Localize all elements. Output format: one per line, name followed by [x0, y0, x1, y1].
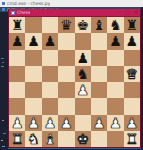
white-pawn[interactable]: ♟ — [109, 116, 122, 130]
square-b6[interactable] — [25, 50, 41, 66]
black-pawn[interactable]: ♟ — [44, 34, 57, 48]
square-h8[interactable]: ♜ — [124, 17, 140, 33]
code-speck — [1, 140, 3, 141]
square-h6[interactable] — [124, 50, 140, 66]
white-pawn[interactable]: ♟ — [11, 116, 24, 130]
background-window-title: cmd.exe - chess.py — [7, 1, 50, 6]
square-d6[interactable] — [58, 50, 74, 66]
square-a6[interactable] — [9, 50, 25, 66]
square-f1[interactable] — [91, 131, 107, 147]
white-knight[interactable]: ♞ — [27, 132, 40, 146]
white-king[interactable]: ♚ — [76, 132, 89, 146]
bottom-edge — [8, 148, 141, 149]
square-f3[interactable] — [91, 98, 107, 114]
square-b3[interactable] — [25, 98, 41, 114]
black-rook[interactable]: ♜ — [126, 18, 139, 32]
square-f2[interactable]: ♟ — [91, 115, 107, 131]
square-d3[interactable] — [58, 98, 74, 114]
chess-window: Chess – □ ✕ ♜♛♚♝♞♜♟♟♟♟♟♟♞♛♟♟♟♟♟♟♟♟♜♞♝♚♜ — [8, 9, 141, 148]
white-queen[interactable]: ♛ — [126, 67, 139, 81]
code-speck — [2, 146, 5, 147]
square-g6[interactable] — [107, 50, 123, 66]
square-g3[interactable] — [107, 98, 123, 114]
code-speck — [2, 120, 4, 121]
square-d8[interactable]: ♛ — [58, 17, 74, 33]
square-d2[interactable]: ♟ — [58, 115, 74, 131]
square-a5[interactable] — [9, 66, 25, 82]
square-c7[interactable]: ♟ — [42, 33, 58, 49]
square-d1[interactable] — [58, 131, 74, 147]
code-speck — [3, 133, 6, 134]
console-icon — [2, 8, 5, 11]
square-c1[interactable]: ♝ — [42, 131, 58, 147]
minimize-button[interactable]: – — [119, 9, 122, 16]
square-b4[interactable] — [25, 82, 41, 98]
square-d4[interactable] — [58, 82, 74, 98]
chess-window-title: Chess — [17, 10, 30, 15]
square-g7[interactable]: ♟ — [107, 33, 123, 49]
white-rook[interactable]: ♜ — [11, 132, 24, 146]
square-e2[interactable] — [75, 115, 91, 131]
square-c6[interactable] — [42, 50, 58, 66]
square-e1[interactable]: ♚ — [75, 131, 91, 147]
square-f6[interactable] — [91, 50, 107, 66]
square-e3[interactable] — [75, 98, 91, 114]
white-pawn[interactable]: ♟ — [27, 116, 40, 130]
square-h4[interactable] — [124, 82, 140, 98]
black-pawn[interactable]: ♟ — [27, 34, 40, 48]
black-pawn[interactable]: ♟ — [109, 34, 122, 48]
square-c5[interactable] — [42, 66, 58, 82]
black-pawn[interactable]: ♟ — [76, 51, 89, 65]
black-king[interactable]: ♚ — [76, 18, 89, 32]
black-bishop[interactable]: ♝ — [93, 18, 106, 32]
chess-board: ♜♛♚♝♞♜♟♟♟♟♟♟♞♛♟♟♟♟♟♟♟♟♜♞♝♚♜ — [9, 17, 140, 147]
code-speck — [1, 66, 4, 67]
square-h1[interactable]: ♜ — [124, 131, 140, 147]
maximize-button[interactable]: □ — [125, 9, 130, 16]
white-rook[interactable]: ♜ — [126, 132, 139, 146]
square-d5[interactable] — [58, 66, 74, 82]
black-knight[interactable]: ♞ — [109, 18, 122, 32]
square-c8[interactable] — [42, 17, 58, 33]
square-h3[interactable] — [124, 98, 140, 114]
white-pawn[interactable]: ♟ — [93, 116, 106, 130]
square-f4[interactable] — [91, 82, 107, 98]
square-h5[interactable]: ♛ — [124, 66, 140, 82]
background-window-titlebar: cmd.exe - chess.py — [0, 0, 143, 7]
square-g5[interactable] — [107, 66, 123, 82]
black-rook[interactable]: ♜ — [11, 18, 24, 32]
square-e6[interactable]: ♟ — [75, 50, 91, 66]
white-pawn[interactable]: ♟ — [44, 116, 57, 130]
square-g4[interactable] — [107, 82, 123, 98]
square-c3[interactable] — [42, 98, 58, 114]
square-c2[interactable]: ♟ — [42, 115, 58, 131]
square-b8[interactable] — [25, 17, 41, 33]
square-b7[interactable]: ♟ — [25, 33, 41, 49]
square-e5[interactable]: ♞ — [75, 66, 91, 82]
square-a8[interactable]: ♜ — [9, 17, 25, 33]
square-c4[interactable] — [42, 82, 58, 98]
square-b2[interactable]: ♟ — [25, 115, 41, 131]
square-a2[interactable]: ♟ — [9, 115, 25, 131]
square-a3[interactable] — [9, 98, 25, 114]
square-f5[interactable] — [91, 66, 107, 82]
console-window-icon — [2, 2, 5, 5]
square-e7[interactable] — [75, 33, 91, 49]
white-pawn[interactable]: ♟ — [126, 116, 139, 130]
chess-window-titlebar[interactable]: Chess – □ ✕ — [9, 9, 140, 17]
close-button[interactable]: ✕ — [134, 9, 138, 16]
square-f7[interactable] — [91, 33, 107, 49]
chess-app-icon — [11, 11, 15, 15]
square-g1[interactable] — [107, 131, 123, 147]
square-b1[interactable]: ♞ — [25, 131, 41, 147]
screen: cmd.exe - chess.py C:\Users\...\chess\ch… — [0, 0, 143, 150]
black-pawn[interactable]: ♟ — [11, 34, 24, 48]
square-g2[interactable]: ♟ — [107, 115, 123, 131]
window-controls: – □ ✕ — [119, 9, 138, 16]
square-f8[interactable]: ♝ — [91, 17, 107, 33]
square-a4[interactable] — [9, 82, 25, 98]
code-speck — [1, 58, 4, 59]
square-g8[interactable]: ♞ — [107, 17, 123, 33]
white-pawn[interactable]: ♟ — [76, 83, 89, 97]
code-speck — [2, 62, 4, 63]
square-a1[interactable]: ♜ — [9, 131, 25, 147]
square-d7[interactable] — [58, 33, 74, 49]
black-knight[interactable]: ♞ — [76, 67, 89, 81]
square-a7[interactable]: ♟ — [9, 33, 25, 49]
square-e4[interactable]: ♟ — [75, 82, 91, 98]
square-e8[interactable]: ♚ — [75, 17, 91, 33]
square-b5[interactable] — [25, 66, 41, 82]
white-pawn[interactable]: ♟ — [60, 116, 73, 130]
white-bishop[interactable]: ♝ — [44, 132, 57, 146]
black-pawn[interactable]: ♟ — [126, 34, 139, 48]
square-h2[interactable]: ♟ — [124, 115, 140, 131]
square-h7[interactable]: ♟ — [124, 33, 140, 49]
black-queen[interactable]: ♛ — [60, 18, 73, 32]
